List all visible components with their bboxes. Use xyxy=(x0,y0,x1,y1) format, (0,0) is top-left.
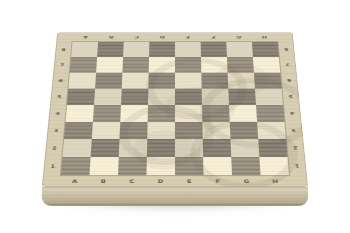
square-d7[interactable] xyxy=(149,57,175,73)
rank-label-left-2: 2 xyxy=(45,139,64,157)
square-h2[interactable] xyxy=(258,139,287,157)
square-c4[interactable] xyxy=(120,105,148,122)
file-label-top-f: F xyxy=(200,32,226,41)
square-b8[interactable] xyxy=(97,42,124,57)
square-d6[interactable] xyxy=(148,73,175,89)
square-g3[interactable] xyxy=(230,122,258,139)
square-e8[interactable] xyxy=(175,42,201,57)
file-label-bottom-c: C xyxy=(117,175,146,187)
rank-label-left-6: 6 xyxy=(52,73,70,89)
square-a8[interactable] xyxy=(71,42,98,57)
file-label-top-h: H xyxy=(251,32,277,41)
file-label-bottom-h: H xyxy=(261,175,291,187)
square-f5[interactable] xyxy=(202,89,229,105)
file-label-bottom-d: D xyxy=(146,175,175,187)
rank-label-left-5: 5 xyxy=(50,89,68,105)
rank-label-right-1: 1 xyxy=(287,157,307,175)
file-label-bottom-g: G xyxy=(232,175,261,187)
square-d8[interactable] xyxy=(149,42,175,57)
square-c8[interactable] xyxy=(123,42,149,57)
square-g5[interactable] xyxy=(228,89,256,105)
square-g2[interactable] xyxy=(230,139,259,157)
square-a2[interactable] xyxy=(63,139,92,157)
rank-labels-right: 87654321 xyxy=(278,42,307,175)
file-label-top-g: G xyxy=(226,32,252,41)
square-g1[interactable] xyxy=(231,157,260,175)
square-f2[interactable] xyxy=(203,139,232,157)
square-c2[interactable] xyxy=(119,139,148,157)
square-b2[interactable] xyxy=(91,139,120,157)
rank-labels-left: 87654321 xyxy=(43,42,72,175)
square-a5[interactable] xyxy=(67,89,95,105)
rank-label-right-3: 3 xyxy=(284,122,303,139)
square-h1[interactable] xyxy=(259,157,289,175)
file-label-bottom-b: B xyxy=(89,175,118,187)
file-label-top-a: A xyxy=(72,32,98,41)
square-f7[interactable] xyxy=(201,57,228,73)
square-b4[interactable] xyxy=(93,105,121,122)
square-e6[interactable] xyxy=(175,73,202,89)
square-c3[interactable] xyxy=(120,122,148,139)
square-c1[interactable] xyxy=(118,157,147,175)
watermark-shape xyxy=(117,105,214,165)
file-label-bottom-f: F xyxy=(204,175,233,187)
rank-label-right-4: 4 xyxy=(283,105,302,122)
square-d5[interactable] xyxy=(148,89,175,105)
rank-label-left-4: 4 xyxy=(48,105,67,122)
file-label-bottom-e: E xyxy=(175,175,204,187)
chessboard: ABCDEFGH ABCDEFGH 87654321 87654321 xyxy=(42,32,308,187)
square-f1[interactable] xyxy=(203,157,232,175)
square-a1[interactable] xyxy=(61,157,91,175)
square-e3[interactable] xyxy=(175,122,203,139)
file-labels-bottom: ABCDEFGH xyxy=(60,175,290,187)
square-a4[interactable] xyxy=(66,105,94,122)
square-e7[interactable] xyxy=(175,57,201,73)
square-e5[interactable] xyxy=(175,89,202,105)
square-e4[interactable] xyxy=(175,105,202,122)
rank-label-right-6: 6 xyxy=(280,73,298,89)
board-front-edge xyxy=(42,187,308,206)
square-a3[interactable] xyxy=(64,122,93,139)
rank-label-left-1: 1 xyxy=(43,157,63,175)
square-c6[interactable] xyxy=(122,73,149,89)
square-a6[interactable] xyxy=(68,73,96,89)
square-h7[interactable] xyxy=(253,57,280,73)
scene: ABCDEFGH ABCDEFGH 87654321 87654321 xyxy=(0,0,350,233)
square-g6[interactable] xyxy=(228,73,255,89)
file-label-top-c: C xyxy=(124,32,150,41)
square-b5[interactable] xyxy=(94,89,122,105)
square-d3[interactable] xyxy=(147,122,175,139)
file-label-top-d: D xyxy=(149,32,175,41)
square-g8[interactable] xyxy=(226,42,253,57)
square-g7[interactable] xyxy=(227,57,254,73)
square-f4[interactable] xyxy=(202,105,230,122)
square-b6[interactable] xyxy=(95,73,122,89)
square-f3[interactable] xyxy=(202,122,230,139)
square-h8[interactable] xyxy=(252,42,279,57)
rank-label-right-2: 2 xyxy=(286,139,305,157)
file-label-top-b: B xyxy=(98,32,124,41)
square-b7[interactable] xyxy=(96,57,123,73)
board-top-face: ABCDEFGH ABCDEFGH 87654321 87654321 xyxy=(42,32,308,187)
board-grid xyxy=(61,42,289,175)
rank-label-left-8: 8 xyxy=(55,42,73,57)
square-b1[interactable] xyxy=(89,157,118,175)
square-h4[interactable] xyxy=(256,105,284,122)
square-f6[interactable] xyxy=(201,73,228,89)
square-h6[interactable] xyxy=(254,73,282,89)
file-label-top-e: E xyxy=(175,32,201,41)
square-d4[interactable] xyxy=(148,105,175,122)
square-h3[interactable] xyxy=(257,122,286,139)
square-e2[interactable] xyxy=(175,139,203,157)
square-f8[interactable] xyxy=(201,42,227,57)
square-a7[interactable] xyxy=(70,57,97,73)
watermark-shape xyxy=(190,121,301,187)
rank-label-left-7: 7 xyxy=(53,57,71,73)
square-g4[interactable] xyxy=(229,105,257,122)
square-c7[interactable] xyxy=(122,57,149,73)
rank-label-left-3: 3 xyxy=(47,122,66,139)
square-d2[interactable] xyxy=(147,139,175,157)
square-d1[interactable] xyxy=(146,157,175,175)
square-e1[interactable] xyxy=(175,157,204,175)
watermark-shape xyxy=(133,130,196,170)
rank-label-right-8: 8 xyxy=(278,42,296,57)
rank-label-right-7: 7 xyxy=(279,57,297,73)
square-h5[interactable] xyxy=(255,89,283,105)
rank-label-right-5: 5 xyxy=(282,89,300,105)
file-labels-top: ABCDEFGH xyxy=(72,32,277,41)
square-b3[interactable] xyxy=(92,122,120,139)
file-label-bottom-a: A xyxy=(60,175,90,187)
square-c5[interactable] xyxy=(121,89,148,105)
